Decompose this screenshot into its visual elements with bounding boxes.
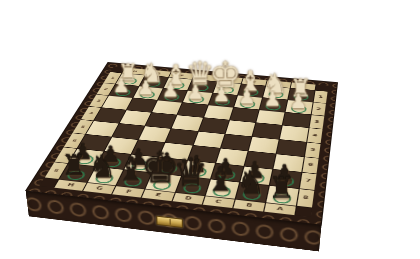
square-e3 bbox=[177, 103, 206, 118]
white-pawn: ♟ bbox=[112, 76, 130, 96]
file-label-A: A bbox=[264, 203, 296, 215]
white-pawn: ♟ bbox=[212, 85, 230, 105]
square-a4 bbox=[279, 126, 308, 142]
rank-label-7: 7 bbox=[299, 173, 316, 190]
rank-label-1: 1 bbox=[313, 91, 327, 104]
square-f3 bbox=[152, 101, 182, 115]
file-label-F: F bbox=[112, 186, 144, 197]
black-rook: ♜ bbox=[268, 173, 295, 203]
black-queen: ♛ bbox=[172, 154, 207, 193]
black-knight: ♞ bbox=[88, 151, 117, 183]
rank-label-5: 5 bbox=[305, 142, 321, 158]
white-pawn: ♟ bbox=[263, 90, 281, 110]
file-label-G: G bbox=[83, 183, 115, 194]
brass-clasp bbox=[156, 216, 183, 228]
product-photo-canvas: HGFEDCBA1♜♞♝♛♚♝♞♜12♟♟♟♟♟♟♟♟2334455667♟♟♟… bbox=[0, 0, 420, 259]
rank-label-6: 6 bbox=[302, 157, 318, 173]
square-d4 bbox=[198, 118, 228, 133]
black-knight: ♞ bbox=[235, 167, 264, 200]
black-rook: ♜ bbox=[61, 151, 87, 179]
white-pawn: ♟ bbox=[161, 81, 179, 101]
rank-label-4: 4 bbox=[307, 129, 322, 144]
square-e2: ♟ bbox=[183, 91, 212, 105]
square-b4 bbox=[252, 123, 281, 139]
rank-label-8: 8 bbox=[297, 189, 314, 208]
file-label-D: D bbox=[172, 193, 204, 205]
square-g2: ♟ bbox=[133, 87, 162, 101]
white-pawn: ♟ bbox=[237, 88, 255, 108]
square-e4 bbox=[172, 116, 202, 131]
black-bishop: ♝ bbox=[205, 162, 235, 196]
file-label-C: C bbox=[202, 196, 234, 208]
file-label-B: B bbox=[233, 200, 265, 212]
board-grid: HGFEDCBA1♜♞♝♛♚♝♞♜12♟♟♟♟♟♟♟♟2334455667♟♟♟… bbox=[39, 67, 328, 217]
rank-label-2: 2 bbox=[311, 103, 325, 116]
white-pawn: ♟ bbox=[137, 79, 155, 99]
square-c4 bbox=[225, 121, 255, 137]
white-pawn: ♟ bbox=[186, 83, 204, 103]
board-frame-corner bbox=[295, 207, 311, 218]
file-label-H: H bbox=[54, 180, 86, 191]
rank-label-3: 3 bbox=[309, 115, 324, 129]
white-pawn: ♟ bbox=[289, 92, 307, 112]
chess-board: HGFEDCBA1♜♞♝♛♚♝♞♜12♟♟♟♟♟♟♟♟2334455667♟♟♟… bbox=[26, 63, 337, 225]
rank-label-5: 5 bbox=[72, 120, 92, 134]
file-label-E: E bbox=[142, 190, 174, 202]
